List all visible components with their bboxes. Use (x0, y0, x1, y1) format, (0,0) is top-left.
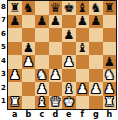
file-label-d: d (49, 110, 63, 120)
square-c5[interactable] (35, 42, 49, 56)
square-e8[interactable]: ♚ (62, 1, 76, 15)
white-knight[interactable]: ♞ (104, 69, 115, 82)
white-pawn[interactable]: ♟ (23, 55, 34, 68)
black-king[interactable]: ♚ (63, 1, 74, 14)
square-g2[interactable]: ♟ (89, 82, 103, 96)
rank-label-7: 7 (0, 14, 7, 28)
square-h1[interactable]: ♜ (103, 96, 117, 110)
white-pawn[interactable]: ♟ (77, 82, 88, 95)
square-h6[interactable] (103, 28, 117, 42)
file-label-g: g (89, 110, 103, 120)
black-pawn[interactable]: ♟ (77, 15, 88, 28)
square-a7[interactable]: ♟ (8, 15, 22, 29)
file-label-f: f (76, 110, 90, 120)
square-f3[interactable] (76, 69, 90, 83)
black-pawn[interactable]: ♟ (63, 28, 74, 41)
white-bishop[interactable]: ♝ (36, 96, 47, 109)
white-pawn[interactable]: ♟ (50, 69, 61, 82)
square-d3[interactable]: ♟ (49, 69, 63, 83)
chess-board: ♜♞♛♚♝♞♜♟♟♟♟♟♟♟♝♟♟♟♟♞♟♞♟♝♟♟♟♜♝♛♚♜ (8, 1, 116, 109)
square-d1[interactable]: ♛ (49, 96, 63, 110)
square-e4[interactable]: ♟ (62, 55, 76, 69)
square-e1[interactable]: ♚ (62, 96, 76, 110)
square-h8[interactable]: ♜ (103, 1, 117, 15)
file-label-h: h (103, 110, 117, 120)
square-f6[interactable] (76, 28, 90, 42)
white-queen[interactable]: ♛ (50, 96, 61, 109)
square-f5[interactable]: ♝ (76, 42, 90, 56)
square-a8[interactable]: ♜ (8, 1, 22, 15)
square-b6[interactable] (22, 28, 36, 42)
square-b7[interactable] (22, 15, 36, 29)
square-c6[interactable] (35, 28, 49, 42)
white-pawn[interactable]: ♟ (36, 82, 47, 95)
white-knight[interactable]: ♞ (36, 69, 47, 82)
file-label-e: e (62, 110, 76, 120)
square-g1[interactable] (89, 96, 103, 110)
square-b5[interactable]: ♟ (22, 42, 36, 56)
square-c1[interactable]: ♝ (35, 96, 49, 110)
board-border: ♜♞♛♚♝♞♜♟♟♟♟♟♟♟♝♟♟♟♟♞♟♞♟♝♟♟♟♜♝♛♚♜ (7, 0, 117, 110)
square-a2[interactable] (8, 82, 22, 96)
square-c2[interactable]: ♟ (35, 82, 49, 96)
square-c4[interactable] (35, 55, 49, 69)
file-label-b: b (22, 110, 36, 120)
square-f7[interactable]: ♟ (76, 15, 90, 29)
board-with-rank-labels: 87654321 ♜♞♛♚♝♞♜♟♟♟♟♟♟♟♝♟♟♟♟♞♟♞♟♝♟♟♟♜♝♛♚… (0, 0, 118, 110)
white-rook[interactable]: ♜ (9, 96, 20, 109)
black-bishop[interactable]: ♝ (77, 1, 88, 14)
white-pawn[interactable]: ♟ (104, 82, 115, 95)
square-d6[interactable] (49, 28, 63, 42)
square-a1[interactable]: ♜ (8, 96, 22, 110)
file-label-a: a (8, 110, 22, 120)
chess-diagram: 87654321 ♜♞♛♚♝♞♜♟♟♟♟♟♟♟♝♟♟♟♟♞♟♞♟♝♟♟♟♜♝♛♚… (0, 0, 118, 120)
square-d7[interactable]: ♟ (49, 15, 63, 29)
square-c7[interactable]: ♟ (35, 15, 49, 29)
rank-label-3: 3 (0, 68, 7, 82)
square-d4[interactable] (49, 55, 63, 69)
rank-label-5: 5 (0, 41, 7, 55)
file-label-c: c (35, 110, 49, 120)
black-pawn[interactable]: ♟ (90, 15, 101, 28)
black-queen[interactable]: ♛ (50, 1, 61, 14)
square-h2[interactable]: ♟ (103, 82, 117, 96)
square-a3[interactable]: ♟ (8, 69, 22, 83)
black-pawn[interactable]: ♟ (50, 15, 61, 28)
rank-label-6: 6 (0, 27, 7, 41)
white-pawn[interactable]: ♟ (63, 55, 74, 68)
black-rook[interactable]: ♜ (9, 1, 20, 14)
rank-label-1: 1 (0, 95, 7, 109)
square-c3[interactable]: ♞ (35, 69, 49, 83)
rank-labels: 87654321 (0, 0, 7, 110)
square-f1[interactable] (76, 96, 90, 110)
file-labels: abcdefgh (8, 110, 118, 120)
square-e5[interactable] (62, 42, 76, 56)
square-h5[interactable] (103, 42, 117, 56)
square-g3[interactable] (89, 69, 103, 83)
square-b4[interactable]: ♟ (22, 55, 36, 69)
rank-label-8: 8 (0, 0, 7, 14)
black-knight[interactable]: ♞ (90, 1, 101, 14)
square-h4[interactable]: ♟ (103, 55, 117, 69)
square-f4[interactable] (76, 55, 90, 69)
square-g7[interactable]: ♟ (89, 15, 103, 29)
square-a4[interactable] (8, 55, 22, 69)
black-pawn[interactable]: ♟ (36, 15, 47, 28)
black-pawn[interactable]: ♟ (9, 15, 20, 28)
square-a6[interactable] (8, 28, 22, 42)
square-f2[interactable]: ♟ (76, 82, 90, 96)
white-pawn[interactable]: ♟ (90, 82, 101, 95)
square-b3[interactable] (22, 69, 36, 83)
square-f8[interactable]: ♝ (76, 1, 90, 15)
black-rook[interactable]: ♜ (104, 1, 115, 14)
square-g4[interactable] (89, 55, 103, 69)
square-b2[interactable] (22, 82, 36, 96)
square-g5[interactable] (89, 42, 103, 56)
white-pawn[interactable]: ♟ (9, 69, 20, 82)
square-d2[interactable] (49, 82, 63, 96)
rank-label-2: 2 (0, 81, 7, 95)
square-e6[interactable]: ♟ (62, 28, 76, 42)
square-c8[interactable] (35, 1, 49, 15)
square-e7[interactable] (62, 15, 76, 29)
square-b8[interactable]: ♞ (22, 1, 36, 15)
black-bishop[interactable]: ♝ (77, 42, 88, 55)
square-h7[interactable] (103, 15, 117, 29)
square-g8[interactable]: ♞ (89, 1, 103, 15)
black-pawn[interactable]: ♟ (23, 42, 34, 55)
square-d5[interactable] (49, 42, 63, 56)
square-g6[interactable] (89, 28, 103, 42)
square-a5[interactable] (8, 42, 22, 56)
square-d8[interactable]: ♛ (49, 1, 63, 15)
black-pawn[interactable]: ♟ (104, 55, 115, 68)
square-e2[interactable]: ♝ (62, 82, 76, 96)
white-king[interactable]: ♚ (63, 96, 74, 109)
white-rook[interactable]: ♜ (104, 96, 115, 109)
square-h3[interactable]: ♞ (103, 69, 117, 83)
square-e3[interactable] (62, 69, 76, 83)
white-bishop[interactable]: ♝ (63, 82, 74, 95)
square-b1[interactable] (22, 96, 36, 110)
black-knight[interactable]: ♞ (23, 1, 34, 14)
rank-label-4: 4 (0, 54, 7, 68)
